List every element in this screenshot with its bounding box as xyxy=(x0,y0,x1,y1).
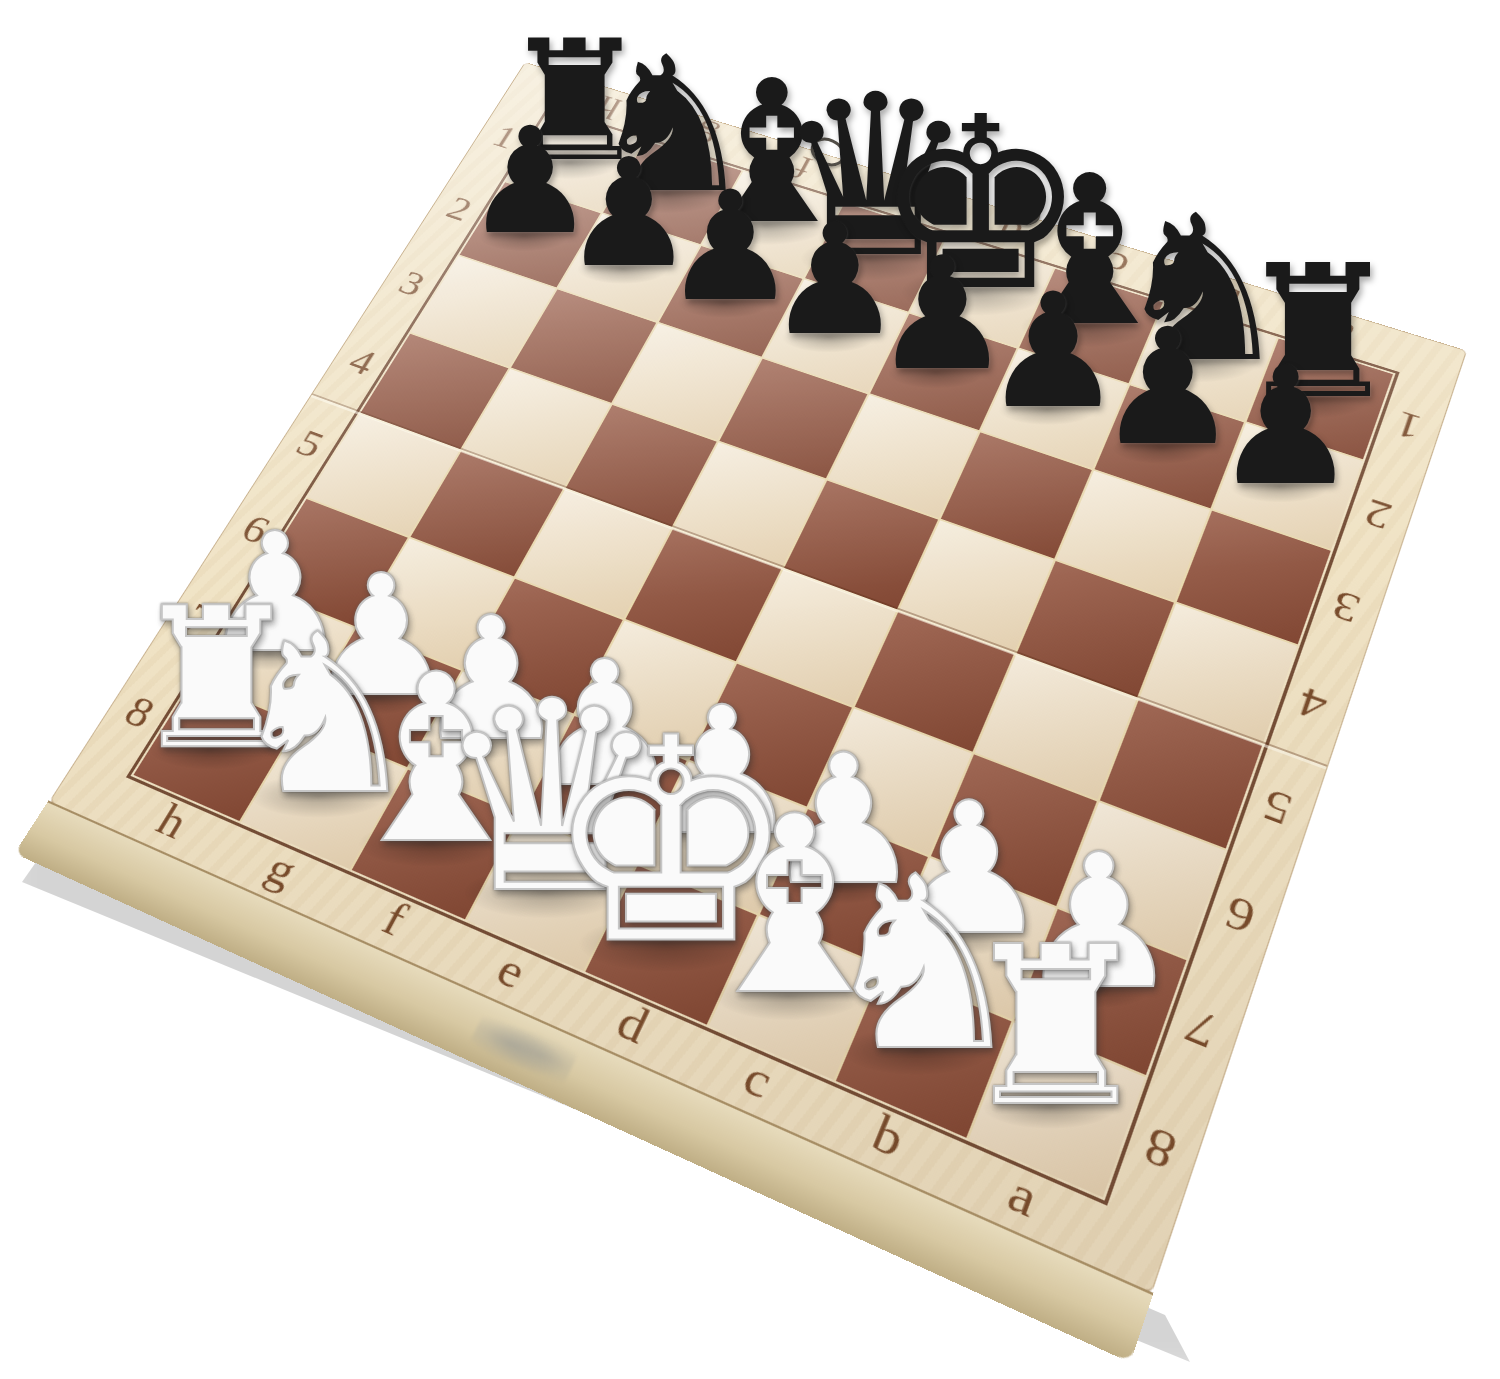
maker-stamp xyxy=(466,1009,580,1091)
label-file-bottom-d: d xyxy=(609,997,655,1053)
label-rank-right-2: 2 xyxy=(1360,492,1397,536)
white-rook-a8[interactable]: ♜ xyxy=(957,918,1154,1137)
label-file-bottom-e: e xyxy=(489,945,532,998)
label-file-bottom-h: h xyxy=(149,797,195,847)
label-file-bottom-c: c xyxy=(736,1052,779,1109)
photo-stage: 1234567812345678hgfedcbahgfedcba ♜♞♝♚♛♝♞… xyxy=(0,0,1500,1379)
label-rank-left-4: 4 xyxy=(342,343,381,382)
label-file-bottom-f: f xyxy=(375,895,413,944)
label-rank-right-7: 7 xyxy=(1180,1000,1223,1057)
label-rank-right-4: 4 xyxy=(1293,680,1332,729)
label-rank-left-3: 3 xyxy=(392,266,430,303)
label-file-bottom-a: a xyxy=(1002,1167,1045,1227)
label-rank-right-6: 6 xyxy=(1220,887,1261,941)
label-rank-right-3: 3 xyxy=(1327,583,1365,629)
black-pawn-a2[interactable]: ♟ xyxy=(1212,345,1358,508)
label-rank-left-5: 5 xyxy=(289,424,330,464)
label-file-bottom-g: g xyxy=(258,845,304,896)
label-file-bottom-b: b xyxy=(865,1108,911,1168)
label-rank-right-5: 5 xyxy=(1257,781,1297,832)
